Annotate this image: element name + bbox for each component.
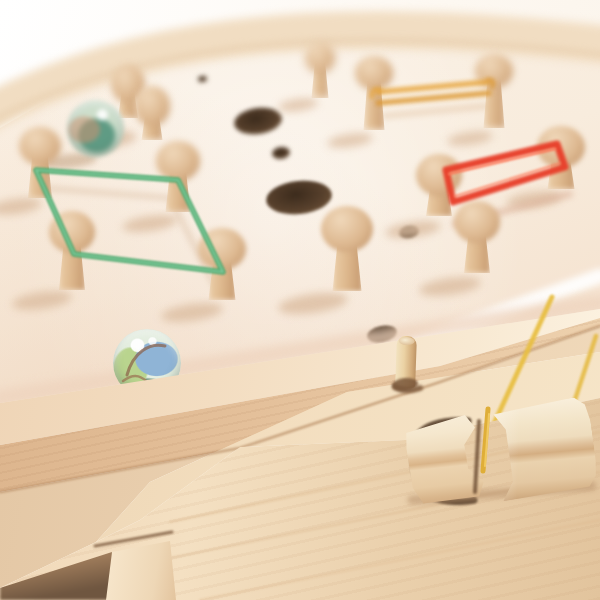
dowel-pin-top	[399, 337, 415, 346]
peg-E-cap	[49, 211, 95, 253]
peg-H-cap	[305, 43, 335, 73]
marble-blurred	[67, 100, 124, 157]
peg-K-cap	[416, 154, 462, 196]
peg-F-cap	[198, 228, 246, 270]
peg-C-cap	[19, 127, 61, 165]
peg-D-cap	[156, 141, 200, 181]
peg-J-cap	[475, 54, 513, 88]
peg-L-cap	[537, 126, 585, 168]
peg-I-cap	[355, 56, 393, 90]
peg-M-cap	[454, 201, 500, 243]
peg-B-cap	[134, 86, 170, 126]
peg-G-cap	[321, 206, 373, 252]
bagatelle-photo	[0, 0, 600, 600]
